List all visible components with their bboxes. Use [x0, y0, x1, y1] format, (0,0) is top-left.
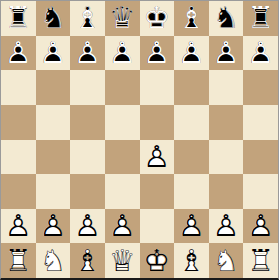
piece-outline-glyph: ♕: [105, 243, 140, 278]
piece-outline-glyph: ♙: [209, 209, 244, 244]
square-a8[interactable]: ♜♖: [1, 1, 36, 36]
square-c5[interactable]: [70, 105, 105, 140]
square-a3[interactable]: [1, 174, 36, 209]
square-c7[interactable]: ♟♙: [70, 36, 105, 71]
square-c6[interactable]: [70, 70, 105, 105]
piece-black-knight[interactable]: ♞♘: [36, 1, 71, 36]
piece-white-bishop[interactable]: ♝♗: [174, 243, 209, 278]
square-b5[interactable]: [36, 105, 71, 140]
square-e1[interactable]: ♚♔: [140, 243, 175, 278]
piece-outline-glyph: ♙: [140, 36, 175, 71]
square-e3[interactable]: [140, 174, 175, 209]
square-d6[interactable]: [105, 70, 140, 105]
piece-outline-glyph: ♗: [174, 1, 209, 36]
square-f3[interactable]: [174, 174, 209, 209]
piece-black-knight[interactable]: ♞♘: [209, 1, 244, 36]
square-c8[interactable]: ♝♗: [70, 1, 105, 36]
piece-white-knight[interactable]: ♞♘: [36, 243, 71, 278]
piece-outline-glyph: ♙: [243, 209, 278, 244]
square-f2[interactable]: ♟♙: [174, 209, 209, 244]
square-e5[interactable]: [140, 105, 175, 140]
piece-outline-glyph: ♙: [70, 36, 105, 71]
piece-black-rook[interactable]: ♜♖: [243, 1, 278, 36]
square-d8[interactable]: ♛♕: [105, 1, 140, 36]
square-a2[interactable]: ♟♙: [1, 209, 36, 244]
square-g2[interactable]: ♟♙: [209, 209, 244, 244]
square-a1[interactable]: ♜♖: [1, 243, 36, 278]
square-g3[interactable]: [209, 174, 244, 209]
piece-outline-glyph: ♙: [209, 36, 244, 71]
square-e2[interactable]: [140, 209, 175, 244]
piece-outline-glyph: ♖: [243, 243, 278, 278]
piece-white-pawn[interactable]: ♟♙: [1, 209, 36, 244]
piece-white-rook[interactable]: ♜♖: [1, 243, 36, 278]
square-d3[interactable]: [105, 174, 140, 209]
piece-black-king[interactable]: ♚♔: [140, 1, 175, 36]
piece-white-pawn[interactable]: ♟♙: [36, 209, 71, 244]
square-h1[interactable]: ♜♖: [243, 243, 278, 278]
piece-black-queen[interactable]: ♛♕: [105, 1, 140, 36]
piece-white-knight[interactable]: ♞♘: [209, 243, 244, 278]
square-f1[interactable]: ♝♗: [174, 243, 209, 278]
square-c2[interactable]: ♟♙: [70, 209, 105, 244]
square-c4[interactable]: [70, 140, 105, 175]
piece-white-pawn[interactable]: ♟♙: [140, 140, 175, 175]
square-h4[interactable]: [243, 140, 278, 175]
piece-outline-glyph: ♙: [174, 36, 209, 71]
square-h2[interactable]: ♟♙: [243, 209, 278, 244]
square-f7[interactable]: ♟♙: [174, 36, 209, 71]
square-h7[interactable]: ♟♙: [243, 36, 278, 71]
piece-outline-glyph: ♖: [1, 243, 36, 278]
piece-outline-glyph: ♙: [1, 209, 36, 244]
square-f8[interactable]: ♝♗: [174, 1, 209, 36]
piece-outline-glyph: ♙: [140, 140, 175, 175]
square-c1[interactable]: ♝♗: [70, 243, 105, 278]
square-b8[interactable]: ♞♘: [36, 1, 71, 36]
square-b7[interactable]: ♟♙: [36, 36, 71, 71]
piece-outline-glyph: ♖: [1, 1, 36, 36]
square-b3[interactable]: [36, 174, 71, 209]
piece-outline-glyph: ♖: [243, 1, 278, 36]
square-g1[interactable]: ♞♘: [209, 243, 244, 278]
piece-outline-glyph: ♙: [36, 36, 71, 71]
piece-white-pawn[interactable]: ♟♙: [243, 209, 278, 244]
square-e7[interactable]: ♟♙: [140, 36, 175, 71]
square-d5[interactable]: [105, 105, 140, 140]
piece-outline-glyph: ♙: [105, 36, 140, 71]
piece-black-pawn[interactable]: ♟♙: [174, 36, 209, 71]
square-f4[interactable]: [174, 140, 209, 175]
piece-white-pawn[interactable]: ♟♙: [174, 209, 209, 244]
piece-white-pawn[interactable]: ♟♙: [70, 209, 105, 244]
piece-black-pawn[interactable]: ♟♙: [105, 36, 140, 71]
piece-outline-glyph: ♘: [36, 1, 71, 36]
chess-board: ♜♖♞♘♝♗♛♕♚♔♝♗♞♘♜♖♟♙♟♙♟♙♟♙♟♙♟♙♟♙♟♙♟♙♟♙♟♙♟♙…: [0, 0, 279, 280]
piece-outline-glyph: ♙: [105, 209, 140, 244]
square-f6[interactable]: [174, 70, 209, 105]
square-c3[interactable]: [70, 174, 105, 209]
piece-black-pawn[interactable]: ♟♙: [209, 36, 244, 71]
square-d4[interactable]: [105, 140, 140, 175]
square-d7[interactable]: ♟♙: [105, 36, 140, 71]
piece-outline-glyph: ♔: [140, 1, 175, 36]
piece-outline-glyph: ♙: [70, 209, 105, 244]
square-d1[interactable]: ♛♕: [105, 243, 140, 278]
piece-black-pawn[interactable]: ♟♙: [1, 36, 36, 71]
piece-white-king[interactable]: ♚♔: [140, 243, 175, 278]
piece-outline-glyph: ♕: [105, 1, 140, 36]
square-a5[interactable]: [1, 105, 36, 140]
square-d2[interactable]: ♟♙: [105, 209, 140, 244]
piece-outline-glyph: ♙: [36, 209, 71, 244]
piece-black-bishop[interactable]: ♝♗: [70, 1, 105, 36]
piece-white-queen[interactable]: ♛♕: [105, 243, 140, 278]
square-h5[interactable]: [243, 105, 278, 140]
square-a6[interactable]: [1, 70, 36, 105]
piece-outline-glyph: ♙: [174, 209, 209, 244]
piece-outline-glyph: ♘: [209, 1, 244, 36]
square-f5[interactable]: [174, 105, 209, 140]
piece-outline-glyph: ♗: [174, 243, 209, 278]
square-g5[interactable]: [209, 105, 244, 140]
piece-black-rook[interactable]: ♜♖: [1, 1, 36, 36]
piece-outline-glyph: ♙: [1, 36, 36, 71]
square-g4[interactable]: [209, 140, 244, 175]
square-b4[interactable]: [36, 140, 71, 175]
piece-outline-glyph: ♔: [140, 243, 175, 278]
piece-black-bishop[interactable]: ♝♗: [174, 1, 209, 36]
square-g8[interactable]: ♞♘: [209, 1, 244, 36]
piece-outline-glyph: ♗: [70, 243, 105, 278]
piece-white-rook[interactable]: ♜♖: [243, 243, 278, 278]
piece-black-pawn[interactable]: ♟♙: [70, 36, 105, 71]
piece-outline-glyph: ♘: [36, 243, 71, 278]
square-b6[interactable]: [36, 70, 71, 105]
square-e4[interactable]: ♟♙: [140, 140, 175, 175]
piece-white-pawn[interactable]: ♟♙: [105, 209, 140, 244]
square-b1[interactable]: ♞♘: [36, 243, 71, 278]
square-h8[interactable]: ♜♖: [243, 1, 278, 36]
piece-white-bishop[interactable]: ♝♗: [70, 243, 105, 278]
square-a7[interactable]: ♟♙: [1, 36, 36, 71]
piece-outline-glyph: ♗: [70, 1, 105, 36]
piece-black-pawn[interactable]: ♟♙: [140, 36, 175, 71]
square-b2[interactable]: ♟♙: [36, 209, 71, 244]
piece-outline-glyph: ♙: [243, 36, 278, 71]
piece-outline-glyph: ♘: [209, 243, 244, 278]
square-a4[interactable]: [1, 140, 36, 175]
piece-white-pawn[interactable]: ♟♙: [209, 209, 244, 244]
square-h6[interactable]: [243, 70, 278, 105]
square-g6[interactable]: [209, 70, 244, 105]
piece-black-pawn[interactable]: ♟♙: [36, 36, 71, 71]
square-g7[interactable]: ♟♙: [209, 36, 244, 71]
square-e6[interactable]: [140, 70, 175, 105]
square-h3[interactable]: [243, 174, 278, 209]
square-e8[interactable]: ♚♔: [140, 1, 175, 36]
piece-black-pawn[interactable]: ♟♙: [243, 36, 278, 71]
